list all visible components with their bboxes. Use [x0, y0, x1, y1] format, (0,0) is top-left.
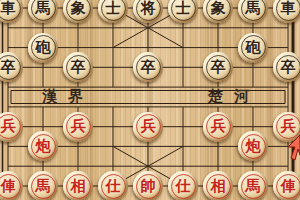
red-cursor-arrow	[287, 134, 300, 162]
piece-glyph: 馬	[36, 179, 51, 194]
piece-glyph: 車	[281, 1, 296, 16]
piece-red-馬-7-9[interactable]: 馬	[238, 171, 268, 200]
piece-glyph: 仕	[106, 179, 121, 194]
piece-black-士-5-0[interactable]: 士	[168, 0, 198, 23]
piece-red-俥-8-9[interactable]: 俥	[273, 171, 300, 200]
piece-glyph: 象	[71, 1, 86, 16]
piece-glyph: 卒	[281, 60, 296, 75]
piece-glyph: 俥	[281, 179, 296, 194]
piece-red-相-6-9[interactable]: 相	[203, 171, 233, 200]
piece-red-兵-2-6[interactable]: 兵	[63, 112, 93, 142]
piece-glyph: 仕	[176, 179, 191, 194]
piece-red-兵-6-6[interactable]: 兵	[203, 112, 233, 142]
piece-red-仕-5-9[interactable]: 仕	[168, 171, 198, 200]
piece-glyph: 馬	[36, 1, 51, 16]
piece-red-俥-0-9[interactable]: 俥	[0, 171, 23, 200]
piece-glyph: 相	[211, 179, 226, 194]
piece-black-卒-0-3[interactable]: 卒	[0, 52, 23, 82]
piece-glyph: 砲	[246, 40, 261, 55]
piece-glyph: 俥	[1, 179, 16, 194]
piece-glyph: 象	[211, 1, 226, 16]
piece-red-相-2-9[interactable]: 相	[63, 171, 93, 200]
piece-black-馬-7-0[interactable]: 馬	[238, 0, 268, 23]
piece-glyph: 帥	[141, 179, 156, 194]
xiangqi-board[interactable]: 漢界 楚河 車馬象士将士象馬車砲砲卒卒卒卒卒兵兵兵兵兵炮炮俥馬相仕帥仕相馬俥	[0, 0, 300, 200]
piece-black-卒-4-3[interactable]: 卒	[133, 52, 163, 82]
piece-glyph: 兵	[141, 119, 156, 134]
piece-glyph: 士	[106, 1, 121, 16]
piece-glyph: 将	[141, 1, 156, 16]
piece-glyph: 馬	[246, 1, 261, 16]
piece-black-砲-7-2[interactable]: 砲	[238, 33, 268, 63]
piece-black-士-3-0[interactable]: 士	[98, 0, 128, 23]
piece-glyph: 兵	[211, 119, 226, 134]
piece-black-象-6-0[interactable]: 象	[203, 0, 233, 23]
piece-red-帥-4-9[interactable]: 帥	[133, 171, 163, 200]
piece-red-兵-0-6[interactable]: 兵	[0, 112, 23, 142]
piece-glyph: 卒	[71, 60, 86, 75]
piece-glyph: 相	[71, 179, 86, 194]
piece-glyph: 士	[176, 1, 191, 16]
pieces-layer: 車馬象士将士象馬車砲砲卒卒卒卒卒兵兵兵兵兵炮炮俥馬相仕帥仕相馬俥	[0, 0, 300, 200]
piece-glyph: 卒	[1, 60, 16, 75]
piece-glyph: 兵	[1, 119, 16, 134]
piece-red-仕-3-9[interactable]: 仕	[98, 171, 128, 200]
piece-red-兵-4-6[interactable]: 兵	[133, 112, 163, 142]
piece-glyph: 兵	[281, 119, 296, 134]
piece-black-車-8-0[interactable]: 車	[273, 0, 300, 23]
piece-glyph: 車	[1, 1, 16, 16]
piece-glyph: 炮	[246, 139, 261, 154]
piece-black-卒-8-3[interactable]: 卒	[273, 52, 300, 82]
piece-black-象-2-0[interactable]: 象	[63, 0, 93, 23]
piece-black-馬-1-0[interactable]: 馬	[28, 0, 58, 23]
piece-glyph: 卒	[211, 60, 226, 75]
piece-glyph: 炮	[36, 139, 51, 154]
piece-glyph: 馬	[246, 179, 261, 194]
piece-black-卒-6-3[interactable]: 卒	[203, 52, 233, 82]
piece-black-卒-2-3[interactable]: 卒	[63, 52, 93, 82]
piece-glyph: 兵	[71, 119, 86, 134]
piece-glyph: 卒	[141, 60, 156, 75]
piece-black-将-4-0[interactable]: 将	[133, 0, 163, 23]
piece-black-砲-1-2[interactable]: 砲	[28, 33, 58, 63]
piece-red-馬-1-9[interactable]: 馬	[28, 171, 58, 200]
piece-red-炮-7-7[interactable]: 炮	[238, 131, 268, 161]
piece-glyph: 砲	[36, 40, 51, 55]
piece-black-車-0-0[interactable]: 車	[0, 0, 23, 23]
piece-red-炮-1-7[interactable]: 炮	[28, 131, 58, 161]
